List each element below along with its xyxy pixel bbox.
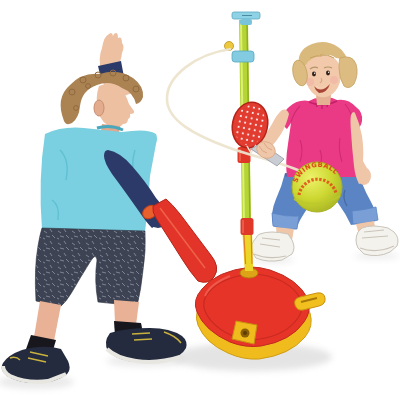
tether-cord — [167, 49, 300, 171]
girl-left-hand — [357, 167, 371, 185]
boy-racket — [140, 199, 217, 282]
girl-left-shoe — [252, 232, 295, 261]
base — [195, 264, 325, 359]
girl-cheek-left — [306, 78, 314, 86]
pole-stub — [245, 264, 253, 271]
product-photo: Product photo on white background: two c… — [0, 0, 400, 400]
boy-front-shin — [114, 300, 139, 325]
pole-collar — [232, 51, 254, 62]
girl-right-pigtail — [339, 57, 357, 88]
girl-left-eye — [312, 72, 316, 77]
pole-top-knob — [240, 19, 252, 25]
swingball-scene: SWINGBALL — [0, 0, 400, 400]
boy-ear — [94, 100, 104, 116]
boy-back-calf — [34, 301, 61, 341]
girl-cheek-right — [330, 76, 338, 84]
ball: SWINGBALL — [292, 161, 342, 212]
base-clasp-keyhole — [243, 331, 247, 335]
boy-shorts — [35, 228, 145, 306]
girl-right-eye — [326, 71, 330, 76]
